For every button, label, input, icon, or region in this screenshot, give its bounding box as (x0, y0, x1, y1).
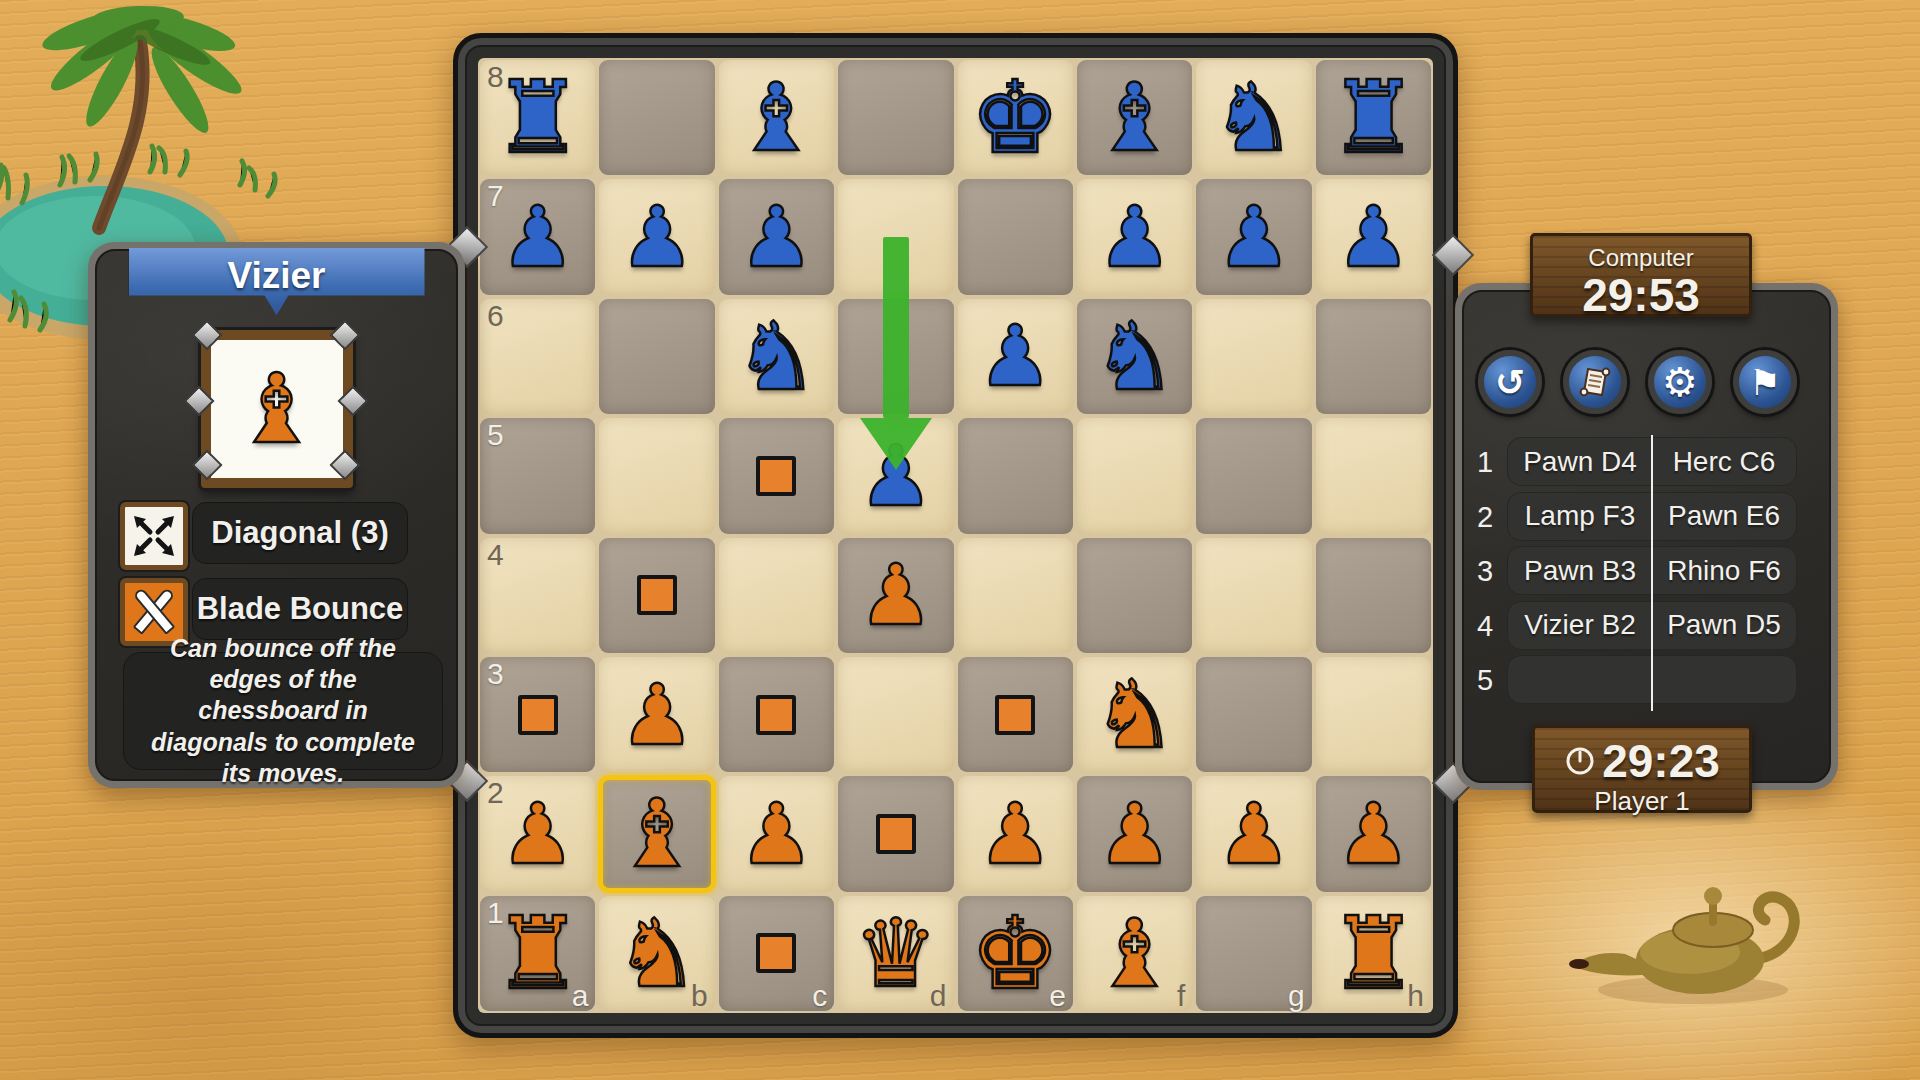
move-player2: Herc C6 (1652, 438, 1796, 485)
square-g6[interactable] (1194, 297, 1313, 416)
square-g7[interactable]: ♟ (1194, 177, 1313, 296)
square-b8[interactable] (597, 58, 716, 177)
square-a4[interactable]: 4 (478, 536, 597, 655)
square-h4[interactable] (1314, 536, 1433, 655)
piece-sphinx-a1[interactable]: ♜ (478, 894, 597, 1013)
piece-pawn-c2[interactable]: ♟ (717, 774, 836, 893)
square-a2[interactable]: 2♟ (478, 774, 597, 893)
clock-icon (1564, 745, 1596, 777)
rank-label-6: 6 (487, 299, 504, 333)
rank-label-5: 5 (487, 418, 504, 452)
square-a5[interactable]: 5 (478, 416, 597, 535)
move-target-marker-b4[interactable] (637, 575, 677, 615)
square-b5[interactable] (597, 416, 716, 535)
piece-pawn-f7[interactable]: ♟ (1075, 177, 1194, 296)
square-f8[interactable]: ♝ (1075, 58, 1194, 177)
scroll-icon (1577, 364, 1613, 400)
square-f4[interactable] (1075, 536, 1194, 655)
piece-lamp-f3[interactable]: ♞ (1075, 655, 1194, 774)
piece-pawn-g2[interactable]: ♟ (1194, 774, 1313, 893)
piece-pawn-g7[interactable]: ♟ (1194, 177, 1313, 296)
piece-pawn-h2[interactable]: ♟ (1314, 774, 1433, 893)
square-f3[interactable]: ♞ (1075, 655, 1194, 774)
piece-pawn-c7[interactable]: ♟ (717, 177, 836, 296)
flag-icon: ⚑ (1749, 362, 1781, 403)
piece-herc-g8[interactable]: ♞ (1194, 58, 1313, 177)
chessboard: 8♜♝♚♝♞♜7♟♟♟♟♟♟6♞♟♞5♟4♟3♟♞2♟♝♟♟♟♟♟1a♜b♞cd… (478, 58, 1433, 1013)
square-c2[interactable]: ♟ (717, 774, 836, 893)
move-target-marker-a3[interactable] (518, 695, 558, 735)
move-number: 2 (1465, 501, 1505, 534)
square-b7[interactable]: ♟ (597, 177, 716, 296)
move-target-marker-e3[interactable] (995, 695, 1035, 735)
piece-stag-f8[interactable]: ♝ (1075, 58, 1194, 177)
square-g3[interactable] (1194, 655, 1313, 774)
square-b2[interactable]: ♝ (597, 774, 716, 893)
piece-pawn-a2[interactable]: ♟ (478, 774, 597, 893)
move-list-divider (1651, 435, 1653, 711)
square-d4[interactable]: ♟ (836, 536, 955, 655)
move-target-marker-c5[interactable] (756, 456, 796, 496)
game-controls-panel: Computer 29:53 ↺ ⚙ ⚑ (1455, 283, 1838, 790)
square-h1[interactable]: h♜ (1314, 894, 1433, 1013)
piece-stag-c8[interactable]: ♝ (717, 58, 836, 177)
move-number: 4 (1465, 610, 1505, 643)
square-e7[interactable] (956, 177, 1075, 296)
piece-pawn-f2[interactable]: ♟ (1075, 774, 1194, 893)
ability-pill-diagonal: Diagonal (3) (192, 502, 408, 564)
move-player1 (1508, 656, 1652, 703)
square-c1[interactable]: c (717, 894, 836, 1013)
square-f7[interactable]: ♟ (1075, 177, 1194, 296)
square-b3[interactable]: ♟ (597, 655, 716, 774)
move-history-button[interactable] (1563, 350, 1627, 414)
ability-label: Diagonal (3) (211, 515, 388, 551)
square-c6[interactable]: ♞ (717, 297, 836, 416)
piece-pawn-d4[interactable]: ♟ (836, 536, 955, 655)
ability-description-box: Can bounce off the edges of the chessboa… (123, 652, 443, 770)
move-player1: Lamp F3 (1508, 493, 1652, 540)
square-d8[interactable] (836, 58, 955, 177)
piece-pawn-b7[interactable]: ♟ (597, 177, 716, 296)
resign-flag-button[interactable]: ⚑ (1733, 350, 1797, 414)
last-move-arrow-head (860, 418, 932, 470)
square-e4[interactable] (956, 536, 1075, 655)
opponent-name: Computer (1533, 244, 1749, 272)
square-g2[interactable]: ♟ (1194, 774, 1313, 893)
square-a8[interactable]: 8♜ (478, 58, 597, 177)
move-number: 3 (1465, 555, 1505, 588)
square-h5[interactable] (1314, 416, 1433, 535)
square-d3[interactable] (836, 655, 955, 774)
square-e6[interactable]: ♟ (956, 297, 1075, 416)
piece-sphinx-h1[interactable]: ♜ (1314, 894, 1433, 1013)
square-e1[interactable]: e♚ (956, 894, 1075, 1013)
player-name: Player 1 (1535, 786, 1749, 817)
square-h6[interactable] (1314, 297, 1433, 416)
player-time: 29:23 (1602, 738, 1720, 784)
undo-icon: ↺ (1495, 362, 1525, 403)
square-e8[interactable]: ♚ (956, 58, 1075, 177)
piece-vizier-f1[interactable]: ♝ (1075, 894, 1194, 1013)
square-b1[interactable]: b♞ (597, 894, 716, 1013)
move-player2 (1652, 656, 1796, 703)
square-c3[interactable] (717, 655, 836, 774)
move-player2: Pawn D5 (1652, 602, 1796, 649)
move-player1: Pawn B3 (1508, 547, 1652, 594)
square-h8[interactable]: ♜ (1314, 58, 1433, 177)
move-target-marker-c1[interactable] (756, 933, 796, 973)
square-a1[interactable]: 1a♜ (478, 894, 597, 1013)
square-e5[interactable] (956, 416, 1075, 535)
square-e3[interactable] (956, 655, 1075, 774)
piece-scarab-h8[interactable]: ♜ (1314, 58, 1433, 177)
file-label-c: c (812, 979, 827, 1013)
piece-pawn-h7[interactable]: ♟ (1314, 177, 1433, 296)
move-player2: Pawn E6 (1652, 493, 1796, 540)
golden-lamp-decoration (1565, 862, 1815, 1012)
piece-herc-c6[interactable]: ♞ (717, 297, 836, 416)
square-f1[interactable]: f♝ (1075, 894, 1194, 1013)
square-c7[interactable]: ♟ (717, 177, 836, 296)
square-b6[interactable] (597, 297, 716, 416)
square-d2[interactable] (836, 774, 955, 893)
move-number: 5 (1465, 664, 1505, 697)
piece-pawn-b3[interactable]: ♟ (597, 655, 716, 774)
square-f5[interactable] (1075, 416, 1194, 535)
last-move-arrow-shaft (883, 237, 909, 418)
piece-king-e1[interactable]: ♚ (956, 894, 1075, 1013)
player-clock-sign: 29:23 Player 1 (1532, 725, 1752, 813)
vizier-portrait-glyph: ♝ (233, 353, 319, 465)
rank-label-4: 4 (487, 538, 504, 572)
piece-pawn-a7[interactable]: ♟ (478, 177, 597, 296)
square-e2[interactable]: ♟ (956, 774, 1075, 893)
move-player1: Vizier B2 (1508, 602, 1652, 649)
opponent-time: 29:53 (1533, 272, 1749, 318)
square-h7[interactable]: ♟ (1314, 177, 1433, 296)
square-c8[interactable]: ♝ (717, 58, 836, 177)
piece-pawn-e6[interactable]: ♟ (956, 297, 1075, 416)
piece-king-e8[interactable]: ♚ (956, 58, 1075, 177)
square-f6[interactable]: ♞ (1075, 297, 1194, 416)
piece-info-panel: Vizier ♝ Diagonal (3) Blade Bounce Can b… (88, 242, 465, 788)
square-f2[interactable]: ♟ (1075, 774, 1194, 893)
square-b4[interactable] (597, 536, 716, 655)
piece-pawn-e2[interactable]: ♟ (956, 774, 1075, 893)
square-g8[interactable]: ♞ (1194, 58, 1313, 177)
undo-button[interactable]: ↺ (1478, 350, 1542, 414)
settings-button[interactable]: ⚙ (1648, 350, 1712, 414)
square-g5[interactable] (1194, 416, 1313, 535)
square-g1[interactable]: g (1194, 894, 1313, 1013)
piece-djinn-d1[interactable]: ♛ (836, 894, 955, 1013)
move-player2: Rhino F6 (1652, 547, 1796, 594)
square-c5[interactable] (717, 416, 836, 535)
move-number: 1 (1465, 446, 1505, 479)
square-h3[interactable] (1314, 655, 1433, 774)
ability-label: Blade Bounce (197, 591, 404, 627)
ability-pill-blade-bounce: Blade Bounce (192, 578, 408, 640)
opponent-clock-sign: Computer 29:53 (1530, 233, 1752, 317)
square-d1[interactable]: d♛ (836, 894, 955, 1013)
square-a7[interactable]: 7♟ (478, 177, 597, 296)
move-target-marker-c3[interactable] (756, 695, 796, 735)
gear-icon: ⚙ (1662, 359, 1698, 405)
move-player1: Pawn D4 (1508, 438, 1652, 485)
square-a6[interactable]: 6 (478, 297, 597, 416)
square-a3[interactable]: 3 (478, 655, 597, 774)
square-g4[interactable] (1194, 536, 1313, 655)
file-label-g: g (1288, 979, 1305, 1013)
move-target-marker-d2[interactable] (876, 814, 916, 854)
rank-label-3: 3 (487, 657, 504, 691)
square-h2[interactable]: ♟ (1314, 774, 1433, 893)
piece-lamp-b1[interactable]: ♞ (597, 894, 716, 1013)
piece-rhino-f6[interactable]: ♞ (1075, 297, 1194, 416)
selected-square-outline (598, 775, 715, 892)
square-c4[interactable] (717, 536, 836, 655)
piece-scarab-a8[interactable]: ♜ (478, 58, 597, 177)
diagonal-arrows-icon (120, 502, 188, 570)
ability-description: Can bounce off the edges of the chessboa… (140, 633, 426, 789)
